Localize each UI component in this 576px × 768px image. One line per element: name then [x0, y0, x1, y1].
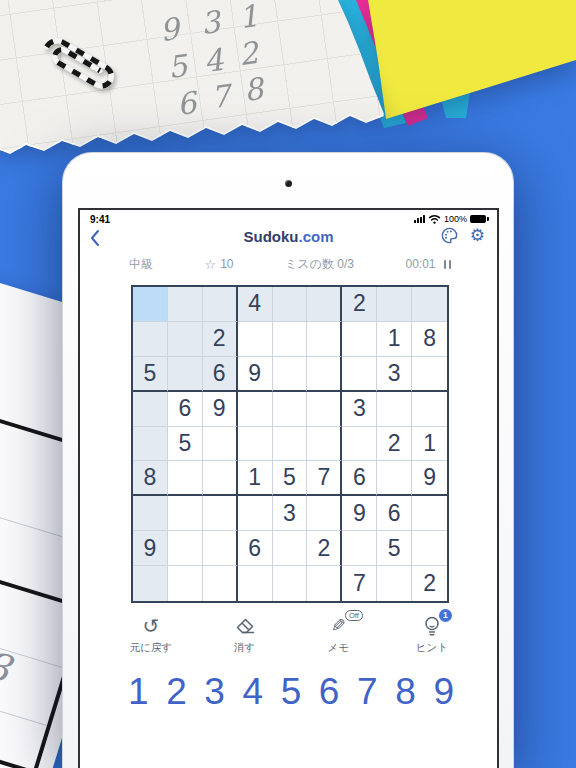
- cell-r4c1[interactable]: [133, 392, 168, 427]
- cell-r2c5[interactable]: [273, 322, 308, 357]
- cell-r6c8[interactable]: [377, 461, 412, 496]
- cell-r1c5[interactable]: [273, 287, 308, 322]
- cell-r3c3[interactable]: 6: [203, 357, 238, 392]
- cell-r3c8[interactable]: 3: [377, 357, 412, 392]
- cell-r1c8[interactable]: [377, 287, 412, 322]
- nav-bar: Sudoku.com ⚙: [90, 224, 487, 252]
- cell-r3c1[interactable]: 5: [133, 357, 168, 392]
- hint-bulb-icon: 1: [422, 615, 442, 637]
- cell-r1c6[interactable]: [307, 287, 342, 322]
- pencil-icon: ✎ Off: [331, 615, 346, 637]
- cell-r7c4[interactable]: [238, 496, 273, 531]
- mistakes-counter: ミスの数 0/3: [285, 256, 354, 273]
- cell-r6c1[interactable]: 8: [133, 461, 168, 496]
- cell-r7c8[interactable]: 6: [377, 496, 412, 531]
- cell-r9c5[interactable]: [273, 566, 308, 601]
- cell-r8c1[interactable]: 9: [133, 531, 168, 566]
- cell-r6c6[interactable]: 7: [307, 461, 342, 496]
- star-icon: ☆: [205, 257, 217, 272]
- cell-r3c7[interactable]: [342, 357, 377, 392]
- cell-r4c9[interactable]: [412, 392, 447, 427]
- cell-r8c9[interactable]: [412, 531, 447, 566]
- cell-r9c9[interactable]: 2: [412, 566, 447, 601]
- cell-r9c3[interactable]: [203, 566, 238, 601]
- ipad-device: 9:41 100%: [62, 152, 514, 768]
- stars-counter: ☆ 10: [205, 257, 234, 272]
- cell-r8c3[interactable]: [203, 531, 238, 566]
- cell-r7c5[interactable]: 3: [273, 496, 308, 531]
- status-icons: 100%: [414, 214, 489, 224]
- cell-r5c6[interactable]: [307, 427, 342, 462]
- cell-r7c7[interactable]: 9: [342, 496, 377, 531]
- cell-r2c2[interactable]: [168, 322, 203, 357]
- numpad-9[interactable]: 9: [433, 670, 454, 714]
- cell-r3c2[interactable]: [168, 357, 203, 392]
- notes-button[interactable]: ✎ Off メモ: [306, 615, 370, 655]
- cell-r2c6[interactable]: [307, 322, 342, 357]
- cell-r1c7[interactable]: 2: [342, 287, 377, 322]
- stars-value: 10: [220, 257, 233, 271]
- numpad-1[interactable]: 1: [128, 670, 149, 714]
- cell-r9c7[interactable]: 7: [342, 566, 377, 601]
- cell-r4c8[interactable]: [377, 392, 412, 427]
- sketch-digit: 3: [0, 643, 16, 692]
- cell-r4c4[interactable]: [238, 392, 273, 427]
- toolbar: ↺ 元に戻す 消す ✎ Off: [119, 615, 464, 655]
- hint-label: ヒント: [416, 641, 448, 655]
- cell-r7c9[interactable]: [412, 496, 447, 531]
- app-title: Sudoku.com: [90, 228, 487, 245]
- numpad-8[interactable]: 8: [395, 670, 416, 714]
- undo-icon: ↺: [143, 615, 160, 637]
- cell-r3c5[interactable]: [273, 357, 308, 392]
- erase-button[interactable]: 消す: [213, 615, 277, 655]
- cell-r1c9[interactable]: [412, 287, 447, 322]
- hint-button[interactable]: 1 ヒント: [400, 615, 464, 655]
- cell-r1c3[interactable]: [203, 287, 238, 322]
- cell-r2c3[interactable]: 2: [203, 322, 238, 357]
- cell-r5c9[interactable]: 1: [412, 427, 447, 462]
- front-camera-dot: [285, 180, 292, 187]
- status-time: 9:41: [90, 214, 110, 225]
- cell-r9c6[interactable]: [307, 566, 342, 601]
- scratch-paper: 9 3 1 5 4 2 6 7 8: [0, 0, 410, 175]
- cell-r2c7[interactable]: [342, 322, 377, 357]
- cell-r2c1[interactable]: [133, 322, 168, 357]
- cell-r6c5[interactable]: 5: [273, 461, 308, 496]
- cell-r3c6[interactable]: [307, 357, 342, 392]
- numpad-7[interactable]: 7: [357, 670, 378, 714]
- timer: 00:01: [405, 257, 451, 271]
- cell-r2c8[interactable]: 1: [377, 322, 412, 357]
- battery-icon: [470, 215, 486, 223]
- cell-r5c8[interactable]: 2: [377, 427, 412, 462]
- sketch-line: [0, 672, 47, 726]
- nav-actions: ⚙: [440, 226, 485, 245]
- notes-off-badge: Off: [345, 610, 363, 621]
- cell-r5c5[interactable]: [273, 427, 308, 462]
- cell-r3c4[interactable]: 9: [238, 357, 273, 392]
- cell-r4c3[interactable]: 9: [203, 392, 238, 427]
- pause-button[interactable]: [444, 260, 452, 269]
- cell-r6c2[interactable]: [168, 461, 203, 496]
- cell-r6c4[interactable]: 1: [238, 461, 273, 496]
- timer-value: 00:01: [405, 257, 435, 271]
- undo-label: 元に戻す: [130, 641, 173, 655]
- cell-r4c7[interactable]: 3: [342, 392, 377, 427]
- cell-r8c7[interactable]: [342, 531, 377, 566]
- app-title-suffix: .com: [298, 228, 333, 245]
- cell-r5c7[interactable]: [342, 427, 377, 462]
- eraser-icon: [234, 615, 256, 637]
- cell-r3c9[interactable]: [412, 357, 447, 392]
- app-title-main: Sudoku: [243, 228, 298, 245]
- wifi-icon: [428, 214, 441, 224]
- numpad-2[interactable]: 2: [166, 670, 187, 714]
- cell-r9c8[interactable]: [377, 566, 412, 601]
- cell-r8c6[interactable]: 2: [307, 531, 342, 566]
- erase-label: 消す: [234, 641, 255, 655]
- cell-r4c6[interactable]: [307, 392, 342, 427]
- cell-r5c2[interactable]: 5: [168, 427, 203, 462]
- number-pad: 123456789: [128, 670, 454, 714]
- numpad-5[interactable]: 5: [281, 670, 302, 714]
- settings-gear-button[interactable]: ⚙: [470, 227, 485, 244]
- cell-r7c3[interactable]: [203, 496, 238, 531]
- cell-r6c9[interactable]: 9: [412, 461, 447, 496]
- numpad-3[interactable]: 3: [204, 670, 225, 714]
- cell-r8c4[interactable]: 6: [238, 531, 273, 566]
- sudoku-board: 422185693693521815769396962572: [131, 285, 449, 603]
- cell-r5c4[interactable]: [238, 427, 273, 462]
- cell-r9c1[interactable]: [133, 566, 168, 601]
- cell-r1c1[interactable]: [133, 287, 168, 322]
- cell-r1c4[interactable]: 4: [238, 287, 273, 322]
- cell-r8c2[interactable]: [168, 531, 203, 566]
- cellular-signal-icon: [414, 215, 425, 223]
- cell-r9c2[interactable]: [168, 566, 203, 601]
- hint-count-badge: 1: [439, 609, 452, 622]
- cell-r9c4[interactable]: [238, 566, 273, 601]
- notes-label: メモ: [328, 641, 350, 655]
- cell-r6c7[interactable]: 6: [342, 461, 377, 496]
- paperclip-icon: [28, 28, 148, 123]
- app-screen: 9:41 100%: [78, 208, 499, 768]
- numpad-6[interactable]: 6: [319, 670, 340, 714]
- undo-button[interactable]: ↺ 元に戻す: [119, 615, 183, 655]
- screenshot-root: 9 3 1 5 4 2 6 7 8 3: [0, 0, 576, 768]
- cell-r4c2[interactable]: 6: [168, 392, 203, 427]
- cell-r7c6[interactable]: [307, 496, 342, 531]
- cell-r7c1[interactable]: [133, 496, 168, 531]
- cell-r5c3[interactable]: [203, 427, 238, 462]
- theme-palette-button[interactable]: [440, 226, 459, 245]
- numpad-4[interactable]: 4: [243, 670, 264, 714]
- cell-r5c1[interactable]: [133, 427, 168, 462]
- game-info-bar: 中級 ☆ 10 ミスの数 0/3 00:01: [129, 256, 451, 272]
- cell-r7c2[interactable]: [168, 496, 203, 531]
- cell-r8c5[interactable]: [273, 531, 308, 566]
- cell-r6c3[interactable]: [203, 461, 238, 496]
- cell-r2c9[interactable]: 8: [412, 322, 447, 357]
- cell-r8c8[interactable]: 5: [377, 531, 412, 566]
- difficulty-label: 中級: [129, 256, 153, 273]
- cell-r4c5[interactable]: [273, 392, 308, 427]
- cell-r1c2[interactable]: [168, 287, 203, 322]
- battery-percent: 100%: [444, 214, 467, 224]
- cell-r2c4[interactable]: [238, 322, 273, 357]
